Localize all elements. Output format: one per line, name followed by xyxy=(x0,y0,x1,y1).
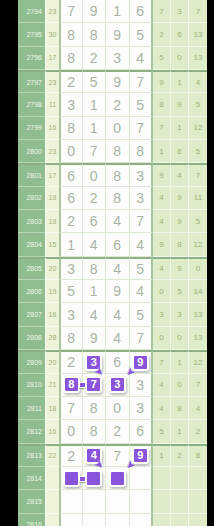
digit-cell: 9 xyxy=(106,280,130,303)
digit-cell: 6 xyxy=(130,420,154,443)
digit-cell: 2 xyxy=(59,444,83,467)
stat-value: 13 xyxy=(189,327,207,350)
stat-value: 1 xyxy=(153,444,171,467)
draw-id: 2806 xyxy=(18,280,45,303)
digit-cell: 9 xyxy=(130,444,154,467)
digit-cell: 4 xyxy=(106,303,130,326)
digit-cell: 5 xyxy=(130,93,154,116)
sum-value: 17 xyxy=(45,47,59,70)
stat-value: 5 xyxy=(171,280,189,303)
draw-id: 2802 xyxy=(18,187,45,210)
stat-value xyxy=(153,467,171,490)
stat-value: 5 xyxy=(153,47,171,70)
stat-value: 13 xyxy=(189,47,207,70)
digit-cell: 8 xyxy=(83,397,107,420)
digit-cell: 8 xyxy=(106,140,130,163)
digit-cell: 3 xyxy=(130,397,154,420)
stat-value xyxy=(171,467,189,490)
digit-cell: 8 xyxy=(59,374,83,397)
digit-cell: 2 xyxy=(83,47,107,70)
stat-value: 3 xyxy=(153,303,171,326)
digit-cell xyxy=(130,490,154,513)
draw-id: 2804 xyxy=(18,233,45,256)
digit-cell: 3 xyxy=(59,93,83,116)
stat-value: 13 xyxy=(189,303,207,326)
stat-value: 4 xyxy=(153,187,171,210)
sum-value: 23 xyxy=(45,140,59,163)
stat-value: 2 xyxy=(171,444,189,467)
stat-value: 0 xyxy=(153,280,171,303)
highlight-box xyxy=(109,470,126,487)
digit-cell: 8 xyxy=(106,187,130,210)
highlight-box: 3 xyxy=(85,354,102,371)
digit-cell: 5 xyxy=(130,303,154,326)
digit-cell: 1 xyxy=(59,233,83,256)
draw-id: 2812 xyxy=(18,420,45,443)
sum-value xyxy=(45,467,59,490)
stat-value: 1 xyxy=(171,117,189,140)
sum-value: 16 xyxy=(45,303,59,326)
stat-value xyxy=(189,467,207,490)
stat-value: 4 xyxy=(171,163,189,186)
digit-cell: 6 xyxy=(83,210,107,233)
draw-id: 2814 xyxy=(18,467,45,490)
stat-value: 9 xyxy=(171,93,189,116)
stat-value: 6 xyxy=(171,140,189,163)
digit-cell: 3 xyxy=(130,374,154,397)
digit-cell: 9 xyxy=(83,0,107,23)
digit-cell: 4 xyxy=(106,327,130,350)
digit-cell: 9 xyxy=(130,350,154,373)
highlight-box: 7 xyxy=(85,376,102,393)
digit-cell: 1 xyxy=(83,117,107,140)
digit-cell: 3 xyxy=(130,163,154,186)
sum-value: 16 xyxy=(45,420,59,443)
stat-value: 1 xyxy=(171,420,189,443)
sum-value: 11 xyxy=(45,93,59,116)
digit-cell: 3 xyxy=(59,303,83,326)
sum-value: 23 xyxy=(45,70,59,93)
stat-value: 7 xyxy=(189,0,207,23)
digit-cell: 3 xyxy=(106,47,130,70)
sum-value: 20 xyxy=(45,257,59,280)
digit-cell xyxy=(106,514,130,526)
sum-value: 15 xyxy=(45,233,59,256)
digit-cell: 8 xyxy=(59,117,83,140)
draw-id: 2800 xyxy=(18,140,45,163)
digit-cell: 6 xyxy=(106,233,130,256)
sum-value: 23 xyxy=(45,0,59,23)
digit-cell xyxy=(83,514,107,526)
digit-cell: 3 xyxy=(106,374,130,397)
draw-id: 2797 xyxy=(18,70,45,93)
digit-cell: 2 xyxy=(59,350,83,373)
digit-cell xyxy=(106,490,130,513)
stat-value: 12 xyxy=(189,117,207,140)
stat-value: 11 xyxy=(189,187,207,210)
digit-cell xyxy=(59,467,83,490)
digit-cell: 6 xyxy=(106,350,130,373)
digit-cell: 0 xyxy=(59,140,83,163)
digit-cell: 4 xyxy=(83,444,107,467)
draw-id: 2805 xyxy=(18,257,45,280)
stat-value: 4 xyxy=(189,397,207,420)
digit-cell: 4 xyxy=(106,257,130,280)
stat-value: 8 xyxy=(171,397,189,420)
digit-cell: 5 xyxy=(59,280,83,303)
sum-value: 17 xyxy=(45,163,59,186)
stat-value: 8 xyxy=(189,444,207,467)
draw-id: 2794 xyxy=(18,0,45,23)
sum-value: 30 xyxy=(45,23,59,46)
digit-cell xyxy=(59,514,83,526)
digit-cell xyxy=(130,467,154,490)
highlight-box: 8 xyxy=(63,376,80,393)
stat-value xyxy=(171,490,189,513)
digit-cell: 8 xyxy=(130,140,154,163)
stat-value: 5 xyxy=(153,420,171,443)
digit-cell: 7 xyxy=(106,444,130,467)
digit-cell xyxy=(130,514,154,526)
left-letterbox xyxy=(0,0,18,526)
stat-value: 7 xyxy=(153,117,171,140)
digit-cell: 6 xyxy=(130,0,154,23)
digit-cell: 5 xyxy=(130,257,154,280)
digit-cell: 4 xyxy=(83,233,107,256)
stat-value: 13 xyxy=(189,23,207,46)
sum-value: 19 xyxy=(45,187,59,210)
stat-value: 0 xyxy=(153,327,171,350)
draw-id: 2801 xyxy=(18,163,45,186)
stat-value xyxy=(171,514,189,526)
digit-cell: 4 xyxy=(130,47,154,70)
draw-id: 2795 xyxy=(18,23,45,46)
digit-cell: 5 xyxy=(130,23,154,46)
stat-value: 9 xyxy=(171,257,189,280)
stat-value: 3 xyxy=(171,0,189,23)
digit-cell: 4 xyxy=(130,280,154,303)
digit-cell: 7 xyxy=(59,0,83,23)
stat-value: 1 xyxy=(171,70,189,93)
sum-value: 18 xyxy=(45,397,59,420)
digit-cell: 8 xyxy=(59,23,83,46)
draw-id: 2809 xyxy=(18,350,45,373)
digit-cell: 0 xyxy=(106,117,130,140)
stat-value: 5 xyxy=(189,93,207,116)
digit-cell: 0 xyxy=(59,420,83,443)
stat-value: 0 xyxy=(171,47,189,70)
number-chart: 2794237916737279530889526132796178234501… xyxy=(18,0,207,526)
stat-value: 14 xyxy=(189,280,207,303)
digit-cell: 8 xyxy=(106,163,130,186)
draw-id: 2810 xyxy=(18,374,45,397)
digit-cell: 3 xyxy=(130,187,154,210)
digit-cell: 7 xyxy=(130,117,154,140)
draw-id: 2815 xyxy=(18,490,45,513)
digit-cell: 8 xyxy=(83,257,107,280)
stat-value: 8 xyxy=(171,233,189,256)
stat-value: 0 xyxy=(189,257,207,280)
stat-value xyxy=(189,490,207,513)
stat-value: 4 xyxy=(153,257,171,280)
highlight-box xyxy=(85,470,102,487)
digit-cell: 7 xyxy=(59,397,83,420)
sum-value: 20 xyxy=(45,350,59,373)
digit-cell: 6 xyxy=(59,163,83,186)
stat-value: 9 xyxy=(171,187,189,210)
sum-value: 19 xyxy=(45,280,59,303)
sum-value: 21 xyxy=(45,374,59,397)
stat-value: 3 xyxy=(171,303,189,326)
digit-cell: 1 xyxy=(83,280,107,303)
digit-cell: 2 xyxy=(59,210,83,233)
sum-value: 22 xyxy=(45,444,59,467)
highlight-box xyxy=(63,470,80,487)
stat-value xyxy=(153,514,171,526)
digit-cell: 0 xyxy=(106,397,130,420)
sum-value: 16 xyxy=(45,117,59,140)
draw-id: 2803 xyxy=(18,210,45,233)
stat-value: 5 xyxy=(189,140,207,163)
digit-cell: 3 xyxy=(59,257,83,280)
stat-value: 1 xyxy=(153,140,171,163)
stat-value: 5 xyxy=(189,210,207,233)
draw-id: 2807 xyxy=(18,303,45,326)
digit-cell: 4 xyxy=(83,303,107,326)
digit-cell: 7 xyxy=(130,210,154,233)
digit-cell: 8 xyxy=(83,420,107,443)
highlight-box: 9 xyxy=(132,447,149,464)
digit-cell: 4 xyxy=(130,233,154,256)
stat-value: 7 xyxy=(153,350,171,373)
digit-cell: 0 xyxy=(83,163,107,186)
digit-cell: 8 xyxy=(83,23,107,46)
digit-cell xyxy=(59,490,83,513)
stat-value: 9 xyxy=(153,70,171,93)
digit-cell: 7 xyxy=(83,140,107,163)
digit-cell: 2 xyxy=(83,187,107,210)
right-letterbox xyxy=(207,0,214,526)
stat-value: 7 xyxy=(189,163,207,186)
digit-cell: 4 xyxy=(106,210,130,233)
digit-cell: 2 xyxy=(59,70,83,93)
stat-value: 2 xyxy=(153,23,171,46)
digit-cell: 3 xyxy=(83,350,107,373)
sum-value xyxy=(45,514,59,526)
digit-cell: 8 xyxy=(59,327,83,350)
digit-cell: 1 xyxy=(83,93,107,116)
digit-cell xyxy=(83,467,107,490)
draw-id: 2816 xyxy=(18,514,45,526)
digit-cell: 2 xyxy=(106,93,130,116)
digit-cell: 6 xyxy=(59,187,83,210)
stat-value: 4 xyxy=(153,210,171,233)
digit-cell: 1 xyxy=(106,0,130,23)
digit-cell: 2 xyxy=(106,420,130,443)
stat-value: 12 xyxy=(189,233,207,256)
stat-value: 9 xyxy=(171,210,189,233)
stat-value: 7 xyxy=(189,374,207,397)
digit-cell: 9 xyxy=(83,327,107,350)
sum-value: 28 xyxy=(45,327,59,350)
highlight-box: 4 xyxy=(85,447,102,464)
stat-value: 9 xyxy=(153,233,171,256)
digit-cell: 9 xyxy=(106,23,130,46)
stat-value xyxy=(189,514,207,526)
stat-value: 0 xyxy=(171,327,189,350)
stat-value: 12 xyxy=(189,350,207,373)
stat-value: 4 xyxy=(153,397,171,420)
stat-value: 1 xyxy=(171,350,189,373)
stat-value: 8 xyxy=(153,93,171,116)
lottery-trend-chart-screen: 2794237916737279530889526132796178234501… xyxy=(0,0,214,526)
draw-id: 2798 xyxy=(18,93,45,116)
draw-id: 2799 xyxy=(18,117,45,140)
stat-value xyxy=(153,490,171,513)
draw-id: 2796 xyxy=(18,47,45,70)
highlight-box: 9 xyxy=(132,354,149,371)
digit-cell: 9 xyxy=(106,70,130,93)
digit-cell: 8 xyxy=(59,47,83,70)
draw-id: 2811 xyxy=(18,397,45,420)
sum-value xyxy=(45,490,59,513)
stat-value: 9 xyxy=(153,163,171,186)
digit-cell: 7 xyxy=(83,374,107,397)
digit-cell: 7 xyxy=(130,70,154,93)
digit-cell xyxy=(83,490,107,513)
stat-value: 2 xyxy=(189,420,207,443)
stat-value: 0 xyxy=(171,374,189,397)
stat-value: 7 xyxy=(153,0,171,23)
digit-cell: 7 xyxy=(130,327,154,350)
highlight-box: 3 xyxy=(109,376,126,393)
sum-value: 19 xyxy=(45,210,59,233)
draw-id: 2813 xyxy=(18,444,45,467)
draw-id: 2808 xyxy=(18,327,45,350)
stat-value: 4 xyxy=(189,70,207,93)
stat-value: 6 xyxy=(171,23,189,46)
stat-value: 4 xyxy=(153,374,171,397)
digit-cell xyxy=(106,467,130,490)
digit-cell: 5 xyxy=(83,70,107,93)
